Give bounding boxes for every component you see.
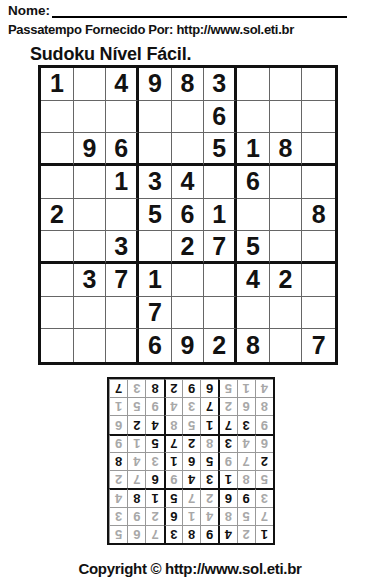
solution-cell-r1c7: 7 bbox=[145, 525, 163, 543]
puzzle-cell-r7c4[interactable]: 1 bbox=[139, 264, 172, 297]
solution-cell-r4c9: 2 bbox=[109, 470, 127, 488]
puzzle-cell-r9c2[interactable] bbox=[74, 329, 107, 362]
solution-cell-r1c4: 9 bbox=[200, 525, 218, 543]
puzzle-cell-r9c3[interactable] bbox=[106, 329, 139, 362]
puzzle-cell-r6c3[interactable]: 3 bbox=[106, 231, 139, 264]
puzzle-cell-r1c6[interactable]: 3 bbox=[204, 68, 237, 101]
puzzle-cell-r6c4[interactable] bbox=[139, 231, 172, 264]
solution-cell-r9c2: 1 bbox=[237, 379, 255, 397]
puzzle-cell-r2c1[interactable] bbox=[41, 101, 74, 134]
puzzle-cell-r8c1[interactable] bbox=[41, 297, 74, 330]
puzzle-cell-r8c3[interactable] bbox=[106, 297, 139, 330]
puzzle-cell-r4c7[interactable]: 6 bbox=[237, 166, 270, 199]
solution-cell-r1c2: 2 bbox=[237, 525, 255, 543]
puzzle-cell-r4c9[interactable] bbox=[302, 166, 335, 199]
solution-cell-r2c2: 5 bbox=[237, 507, 255, 525]
puzzle-cell-r3c5[interactable] bbox=[172, 133, 205, 166]
puzzle-cell-r4c5[interactable]: 4 bbox=[172, 166, 205, 199]
solution-cell-r9c5: 9 bbox=[182, 379, 200, 397]
solution-cell-r2c8: 9 bbox=[127, 507, 145, 525]
solution-cell-r2c3: 8 bbox=[218, 507, 236, 525]
puzzle-cell-r8c6[interactable] bbox=[204, 297, 237, 330]
solution-cell-r6c6: 7 bbox=[164, 434, 182, 452]
puzzle-cell-r7c9[interactable] bbox=[302, 264, 335, 297]
solution-cell-r5c6: 1 bbox=[164, 452, 182, 470]
solution-cell-r6c5: 2 bbox=[182, 434, 200, 452]
puzzle-cell-r4c3[interactable]: 1 bbox=[106, 166, 139, 199]
puzzle-cell-r1c3[interactable]: 4 bbox=[106, 68, 139, 101]
solution-cell-r8c7: 9 bbox=[145, 397, 163, 415]
puzzle-cell-r8c8[interactable] bbox=[270, 297, 303, 330]
name-fill-line bbox=[52, 3, 347, 18]
solution-cell-r8c3: 2 bbox=[218, 397, 236, 415]
puzzle-cell-r3c3[interactable]: 6 bbox=[106, 133, 139, 166]
solution-cell-r8c9: 1 bbox=[109, 397, 127, 415]
puzzle-cell-r7c5[interactable] bbox=[172, 264, 205, 297]
solution-cell-r5c8: 4 bbox=[127, 452, 145, 470]
puzzle-cell-r1c2[interactable] bbox=[74, 68, 107, 101]
solution-cell-r2c6: 6 bbox=[164, 507, 182, 525]
solution-cell-r6c8: 1 bbox=[127, 434, 145, 452]
solution-cell-r8c6: 4 bbox=[164, 397, 182, 415]
solution-cell-r4c7: 6 bbox=[145, 470, 163, 488]
puzzle-cell-r3c6[interactable]: 5 bbox=[204, 133, 237, 166]
solution-cell-r1c9: 5 bbox=[109, 525, 127, 543]
puzzle-cell-r2c8[interactable] bbox=[270, 101, 303, 134]
puzzle-cell-r8c9[interactable] bbox=[302, 297, 335, 330]
solution-cell-r8c5: 3 bbox=[182, 397, 200, 415]
puzzle-cell-r3c4[interactable] bbox=[139, 133, 172, 166]
solution-cell-r9c8: 3 bbox=[127, 379, 145, 397]
puzzle-cell-r7c3[interactable]: 7 bbox=[106, 264, 139, 297]
solution-cell-r1c5: 8 bbox=[182, 525, 200, 543]
puzzle-cell-r5c5[interactable]: 6 bbox=[172, 199, 205, 232]
solution-cell-r7c4: 1 bbox=[200, 415, 218, 433]
puzzle-cell-r3c1[interactable] bbox=[41, 133, 74, 166]
puzzle-cell-r1c4[interactable]: 9 bbox=[139, 68, 172, 101]
solution-cell-r8c2: 6 bbox=[237, 397, 255, 415]
solution-cell-r3c6: 5 bbox=[164, 488, 182, 506]
puzzle-cell-r9c5[interactable]: 9 bbox=[172, 329, 205, 362]
puzzle-cell-r6c8[interactable] bbox=[270, 231, 303, 264]
puzzle-cell-r5c4[interactable]: 5 bbox=[139, 199, 172, 232]
solution-cell-r1c6: 3 bbox=[164, 525, 182, 543]
solution-cell-r9c1: 4 bbox=[255, 379, 273, 397]
solution-cell-r7c6: 8 bbox=[164, 415, 182, 433]
solution-cell-r9c4: 6 bbox=[200, 379, 218, 397]
solution-cell-r1c3: 4 bbox=[218, 525, 236, 543]
puzzle-cell-r5c2[interactable] bbox=[74, 199, 107, 232]
name-row: Nome: bbox=[8, 3, 347, 18]
solution-cell-r2c5: 1 bbox=[182, 507, 200, 525]
puzzle-cell-r6c1[interactable] bbox=[41, 231, 74, 264]
sudoku-solution-grid: 1249837657584162933962751845813496722795… bbox=[107, 377, 275, 545]
puzzle-cell-r7c7[interactable]: 4 bbox=[237, 264, 270, 297]
solution-cell-r6c3: 3 bbox=[218, 434, 236, 452]
solution-cell-r6c7: 5 bbox=[145, 434, 163, 452]
solution-cell-r5c5: 6 bbox=[182, 452, 200, 470]
solution-cell-r2c7: 2 bbox=[145, 507, 163, 525]
solution-cell-r8c4: 7 bbox=[200, 397, 218, 415]
solution-cell-r6c1: 6 bbox=[255, 434, 273, 452]
puzzle-cell-r5c8[interactable] bbox=[270, 199, 303, 232]
puzzle-cell-r2c6[interactable]: 6 bbox=[204, 101, 237, 134]
page-title: Sudoku Nível Fácil. bbox=[30, 44, 191, 65]
provider-line: Passatempo Fornecido Por: http://www.sol… bbox=[8, 22, 294, 37]
solution-cell-r3c8: 8 bbox=[127, 488, 145, 506]
solution-cell-r8c1: 8 bbox=[255, 397, 273, 415]
puzzle-cell-r5c1[interactable]: 2 bbox=[41, 199, 74, 232]
puzzle-cell-r9c9[interactable]: 7 bbox=[302, 329, 335, 362]
puzzle-cell-r4c6[interactable] bbox=[204, 166, 237, 199]
solution-cell-r3c9: 4 bbox=[109, 488, 127, 506]
copyright-line: Copyright © http://www.sol.eti.br bbox=[0, 560, 380, 577]
solution-cell-r3c1: 3 bbox=[255, 488, 273, 506]
puzzle-cell-r9c8[interactable] bbox=[270, 329, 303, 362]
puzzle-cell-r2c4[interactable] bbox=[139, 101, 172, 134]
solution-cell-r6c9: 9 bbox=[109, 434, 127, 452]
solution-cell-r9c9: 7 bbox=[109, 379, 127, 397]
puzzle-cell-r6c5[interactable]: 2 bbox=[172, 231, 205, 264]
solution-cell-r5c1: 2 bbox=[255, 452, 273, 470]
puzzle-cell-r4c8[interactable] bbox=[270, 166, 303, 199]
solution-cell-r5c7: 3 bbox=[145, 452, 163, 470]
puzzle-cell-r3c8[interactable]: 8 bbox=[270, 133, 303, 166]
solution-cell-r3c3: 6 bbox=[218, 488, 236, 506]
solution-cell-r1c8: 6 bbox=[127, 525, 145, 543]
puzzle-cell-r1c7[interactable] bbox=[237, 68, 270, 101]
solution-cell-r3c7: 1 bbox=[145, 488, 163, 506]
solution-cell-r7c9: 6 bbox=[109, 415, 127, 433]
solution-cell-r2c1: 7 bbox=[255, 507, 273, 525]
solution-cell-r4c1: 5 bbox=[255, 470, 273, 488]
puzzle-cell-r1c9[interactable] bbox=[302, 68, 335, 101]
solution-cell-r4c5: 4 bbox=[182, 470, 200, 488]
solution-cell-r4c2: 8 bbox=[237, 470, 255, 488]
solution-cell-r4c8: 7 bbox=[127, 470, 145, 488]
solution-cell-r6c2: 4 bbox=[237, 434, 255, 452]
puzzle-cell-r2c5[interactable] bbox=[172, 101, 205, 134]
puzzle-cell-r1c8[interactable] bbox=[270, 68, 303, 101]
solution-cell-r7c3: 7 bbox=[218, 415, 236, 433]
puzzle-cell-r2c2[interactable] bbox=[74, 101, 107, 134]
puzzle-cell-r1c1[interactable]: 1 bbox=[41, 68, 74, 101]
puzzle-cell-r9c1[interactable] bbox=[41, 329, 74, 362]
puzzle-cell-r3c2[interactable]: 9 bbox=[74, 133, 107, 166]
solution-cell-r7c7: 4 bbox=[145, 415, 163, 433]
solution-cell-r6c4: 8 bbox=[200, 434, 218, 452]
puzzle-cell-r9c4[interactable]: 6 bbox=[139, 329, 172, 362]
solution-cell-r7c1: 9 bbox=[255, 415, 273, 433]
solution-cell-r9c6: 2 bbox=[164, 379, 182, 397]
puzzle-cell-r5c9[interactable]: 8 bbox=[302, 199, 335, 232]
puzzle-cell-r2c9[interactable] bbox=[302, 101, 335, 134]
solution-cell-r5c2: 7 bbox=[237, 452, 255, 470]
puzzle-cell-r5c6[interactable]: 1 bbox=[204, 199, 237, 232]
puzzle-cell-r2c3[interactable] bbox=[106, 101, 139, 134]
solution-cell-r3c5: 7 bbox=[182, 488, 200, 506]
puzzle-cell-r6c2[interactable] bbox=[74, 231, 107, 264]
puzzle-cell-r7c6[interactable] bbox=[204, 264, 237, 297]
puzzle-cell-r7c1[interactable] bbox=[41, 264, 74, 297]
solution-cell-r7c8: 2 bbox=[127, 415, 145, 433]
puzzle-cell-r8c2[interactable] bbox=[74, 297, 107, 330]
sudoku-puzzle-grid: 14983696518134625618327537142769287 bbox=[38, 65, 338, 365]
puzzle-cell-r2c7[interactable] bbox=[237, 101, 270, 134]
puzzle-cell-r6c7[interactable]: 5 bbox=[237, 231, 270, 264]
puzzle-cell-r5c3[interactable] bbox=[106, 199, 139, 232]
solution-cell-r3c4: 2 bbox=[200, 488, 218, 506]
solution-cell-r5c9: 8 bbox=[109, 452, 127, 470]
solution-cell-r5c3: 9 bbox=[218, 452, 236, 470]
solution-cell-r9c7: 8 bbox=[145, 379, 163, 397]
solution-cell-r2c4: 4 bbox=[200, 507, 218, 525]
solution-cell-r5c4: 5 bbox=[200, 452, 218, 470]
solution-cell-r4c6: 9 bbox=[164, 470, 182, 488]
puzzle-cell-r8c4[interactable]: 7 bbox=[139, 297, 172, 330]
puzzle-cell-r6c6[interactable]: 7 bbox=[204, 231, 237, 264]
puzzle-cell-r5c7[interactable] bbox=[237, 199, 270, 232]
solution-cell-r4c3: 1 bbox=[218, 470, 236, 488]
puzzle-cell-r4c1[interactable] bbox=[41, 166, 74, 199]
solution-cell-r2c9: 3 bbox=[109, 507, 127, 525]
puzzle-cell-r3c9[interactable] bbox=[302, 133, 335, 166]
solution-cell-r3c2: 9 bbox=[237, 488, 255, 506]
puzzle-cell-r9c6[interactable]: 2 bbox=[204, 329, 237, 362]
puzzle-cell-r6c9[interactable] bbox=[302, 231, 335, 264]
puzzle-cell-r7c2[interactable]: 3 bbox=[74, 264, 107, 297]
solution-cell-r7c2: 3 bbox=[237, 415, 255, 433]
solution-cell-r9c3: 5 bbox=[218, 379, 236, 397]
puzzle-cell-r1c5[interactable]: 8 bbox=[172, 68, 205, 101]
puzzle-cell-r9c7[interactable]: 8 bbox=[237, 329, 270, 362]
puzzle-cell-r4c2[interactable] bbox=[74, 166, 107, 199]
solution-cell-r7c5: 5 bbox=[182, 415, 200, 433]
solution-cell-r8c8: 5 bbox=[127, 397, 145, 415]
puzzle-cell-r8c7[interactable] bbox=[237, 297, 270, 330]
solution-cell-r1c1: 1 bbox=[255, 525, 273, 543]
puzzle-cell-r4c4[interactable]: 3 bbox=[139, 166, 172, 199]
solution-cell-r4c4: 3 bbox=[200, 470, 218, 488]
name-label: Nome: bbox=[8, 3, 50, 18]
puzzle-cell-r8c5[interactable] bbox=[172, 297, 205, 330]
puzzle-cell-r7c8[interactable]: 2 bbox=[270, 264, 303, 297]
puzzle-cell-r3c7[interactable]: 1 bbox=[237, 133, 270, 166]
